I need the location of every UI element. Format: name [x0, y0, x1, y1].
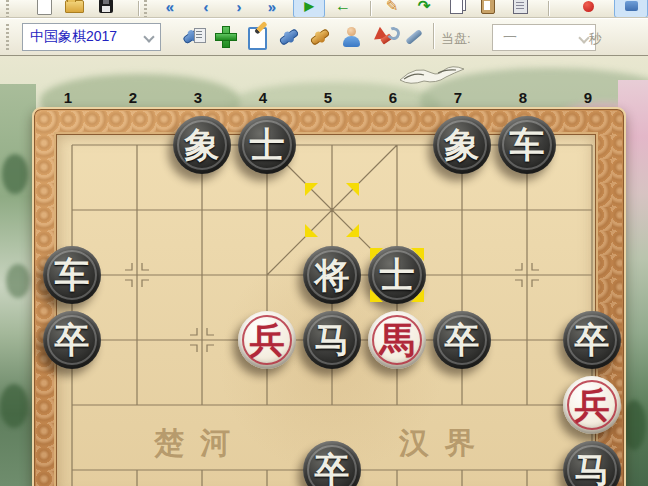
- xiangqi-board: 楚河 汉界 象士象车车将士卒兵马馬卒卒兵卒马: [32, 107, 626, 486]
- piece-black-soldier[interactable]: 卒: [43, 311, 101, 369]
- toolbar-separator: [370, 1, 371, 16]
- play-icon: ▶: [304, 0, 313, 13]
- engine-select[interactable]: 中国象棋2017: [22, 23, 161, 51]
- seconds-label: 秒: [589, 30, 602, 48]
- piece-red-horse[interactable]: 馬: [368, 311, 426, 369]
- record-red-icon: [583, 1, 594, 12]
- crane-icon: [394, 60, 470, 90]
- paste-icon: [481, 0, 495, 14]
- copy-icon: [450, 0, 463, 14]
- blue-plug-icon: [279, 28, 300, 46]
- open-file-button[interactable]: [62, 0, 86, 17]
- piece-black-advisor[interactable]: 士: [238, 116, 296, 174]
- clipboard-icon: [513, 0, 528, 14]
- board-field[interactable]: 楚河 汉界 象士象车车将士卒兵马馬卒卒兵卒马: [57, 135, 595, 486]
- game-scene: 123456789 楚河 汉界 象士象车车将士卒兵马馬卒卒兵卒马: [0, 56, 648, 486]
- toolbar-grip[interactable]: [144, 0, 147, 18]
- toolbar-separator: [548, 1, 549, 16]
- save-button[interactable]: [94, 0, 118, 17]
- go-last-button[interactable]: »: [260, 0, 284, 17]
- piece-black-soldier[interactable]: 卒: [433, 311, 491, 369]
- edit-pencil-button[interactable]: ✎: [380, 0, 404, 17]
- save-floppy-icon: [99, 0, 113, 13]
- piece-black-chariot[interactable]: 车: [43, 246, 101, 304]
- toolbar-separator: [138, 1, 139, 16]
- piece-black-horse[interactable]: 马: [303, 311, 361, 369]
- background-tree: [2, 154, 28, 194]
- xiangqi-app-window: « ‹ › » ▶ ← ✎ ↷ 中国象棋2017 当盘: 一: [0, 0, 648, 486]
- river-text-left: 楚河: [154, 423, 246, 464]
- toolbar-grip[interactable]: [6, 0, 9, 18]
- record-button[interactable]: [576, 0, 600, 17]
- background-tree: [6, 264, 30, 298]
- column-label-2: 2: [129, 89, 137, 106]
- piece-black-general[interactable]: 将: [303, 246, 361, 304]
- column-label-6: 6: [389, 89, 397, 106]
- engine-toolbar: 中国象棋2017 当盘: 一 秒: [0, 18, 648, 56]
- piece-black-advisor[interactable]: 士: [368, 246, 426, 304]
- go-previous-button[interactable]: ‹: [194, 0, 218, 17]
- engine-list-icon: [194, 28, 206, 43]
- column-label-9: 9: [584, 89, 592, 106]
- column-label-7: 7: [454, 89, 462, 106]
- clipboard-button[interactable]: [508, 0, 532, 17]
- engine-select-value: 中国象棋2017: [30, 28, 117, 46]
- engine-match-button[interactable]: [277, 25, 301, 49]
- board-view-button-active[interactable]: [614, 0, 648, 18]
- orange-plug-icon: [310, 28, 331, 46]
- piece-black-elephant[interactable]: 象: [173, 116, 231, 174]
- play-button-active[interactable]: ▶: [293, 0, 325, 18]
- river-text-right: 汉界: [399, 423, 491, 464]
- background-tree: [0, 384, 28, 428]
- go-next-button[interactable]: ›: [227, 0, 251, 17]
- background-left-landscape: [0, 84, 36, 486]
- board-view-icon: [625, 1, 638, 11]
- main-toolbar: « ‹ › » ▶ ← ✎ ↷: [0, 0, 648, 18]
- new-document-button[interactable]: [32, 0, 56, 17]
- new-document-icon: [37, 0, 52, 15]
- time-select[interactable]: 一: [492, 24, 596, 51]
- toolbar-grip[interactable]: [6, 24, 9, 50]
- time-per-move-label: 当盘:: [441, 30, 471, 48]
- piece-red-soldier[interactable]: 兵: [238, 311, 296, 369]
- piece-red-soldier[interactable]: 兵: [563, 376, 621, 434]
- go-first-button[interactable]: «: [158, 0, 182, 17]
- chevron-down-icon: [578, 32, 589, 43]
- column-label-3: 3: [194, 89, 202, 106]
- column-label-1: 1: [64, 89, 72, 106]
- paste-button[interactable]: [476, 0, 500, 17]
- redo-button[interactable]: ↷: [412, 0, 436, 17]
- step-back-button[interactable]: ←: [331, 0, 355, 17]
- column-label-5: 5: [324, 89, 332, 106]
- column-label-4: 4: [259, 89, 267, 106]
- engine-manager-button[interactable]: [183, 25, 207, 49]
- piece-black-elephant[interactable]: 象: [433, 116, 491, 174]
- toolbar-separator: [433, 23, 434, 49]
- open-folder-icon: [65, 0, 84, 13]
- column-label-8: 8: [519, 89, 527, 106]
- chevron-down-icon: [143, 31, 154, 42]
- time-select-value: 一: [503, 29, 517, 47]
- copy-button[interactable]: [444, 0, 468, 17]
- engine-vs-human-button[interactable]: [308, 25, 332, 49]
- piece-black-chariot[interactable]: 车: [498, 116, 556, 174]
- piece-black-soldier[interactable]: 卒: [563, 311, 621, 369]
